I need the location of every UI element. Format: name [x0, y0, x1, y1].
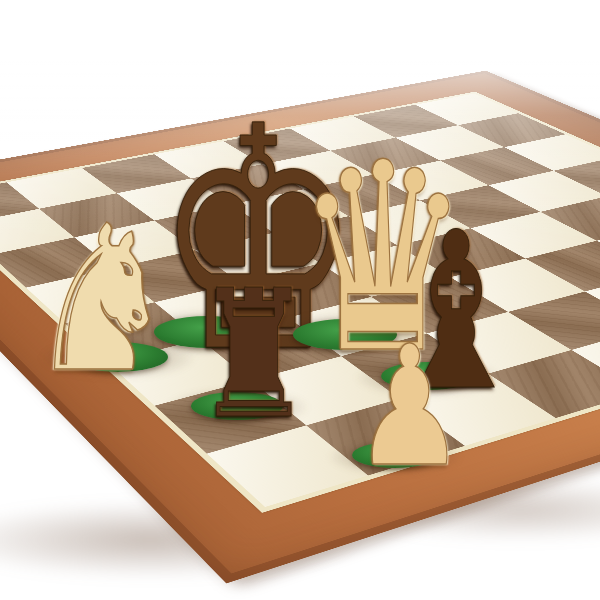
- piece-light-knight[interactable]: ♞: [48, 222, 188, 372]
- chessboard-photo-scene: ♚♛♞♝♜♟: [0, 0, 600, 600]
- piece-light-pawn[interactable]: ♟: [340, 344, 450, 468]
- dark-rook-glyph: ♜: [194, 267, 280, 444]
- piece-dark-rook[interactable]: ♜: [180, 288, 295, 420]
- light-pawn-glyph: ♟: [354, 324, 437, 490]
- light-knight-glyph: ♞: [61, 199, 176, 400]
